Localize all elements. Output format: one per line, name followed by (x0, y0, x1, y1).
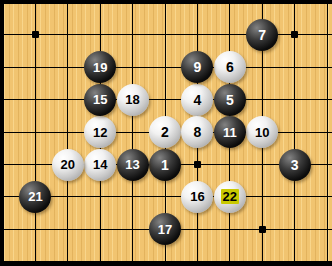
move-number: 10 (255, 126, 269, 139)
stone-white-2[interactable]: 2 (149, 116, 181, 148)
board-edge-left (0, 0, 4, 266)
board-edge-top (0, 0, 332, 4)
move-number: 1 (161, 158, 169, 172)
stone-white-20[interactable]: 20 (52, 149, 84, 181)
grid-vline (67, 0, 68, 266)
move-number: 14 (93, 158, 107, 171)
stone-black-7[interactable]: 7 (246, 19, 278, 51)
move-number: 9 (193, 60, 201, 74)
stone-white-22[interactable]: 22 (214, 181, 246, 213)
grid-vline (35, 0, 36, 266)
move-number: 15 (93, 93, 107, 106)
stone-white-14[interactable]: 14 (84, 149, 116, 181)
move-number: 20 (61, 158, 75, 171)
move-number: 3 (291, 158, 299, 172)
point-marker (291, 31, 298, 38)
point-marker (194, 161, 201, 168)
grid-hline (0, 67, 332, 68)
move-number: 6 (226, 60, 234, 74)
stone-black-1[interactable]: 1 (149, 149, 181, 181)
grid-vline (132, 0, 133, 266)
move-number: 16 (190, 190, 204, 203)
grid-vline (327, 0, 328, 266)
stone-black-11[interactable]: 11 (214, 116, 246, 148)
stone-white-4[interactable]: 4 (181, 84, 213, 116)
grid-hline (0, 99, 332, 100)
move-number: 21 (28, 190, 42, 203)
grid-hline (0, 34, 332, 35)
move-number: 17 (158, 223, 172, 236)
move-number: 11 (223, 126, 237, 139)
move-number: 2 (161, 125, 169, 139)
stone-black-13[interactable]: 13 (117, 149, 149, 181)
board-edge-bottom (0, 261, 332, 266)
stone-white-18[interactable]: 18 (117, 84, 149, 116)
stone-black-3[interactable]: 3 (279, 149, 311, 181)
move-number: 8 (193, 125, 201, 139)
move-number: 13 (125, 158, 139, 171)
grid-vline (294, 0, 295, 266)
last-move-number-highlight: 22 (221, 189, 239, 204)
stone-black-5[interactable]: 5 (214, 84, 246, 116)
point-marker (259, 226, 266, 233)
move-number: 7 (258, 28, 266, 42)
move-number: 18 (125, 93, 139, 106)
point-marker (32, 31, 39, 38)
move-number: 19 (93, 61, 107, 74)
move-number: 4 (193, 93, 201, 107)
stone-black-15[interactable]: 15 (84, 84, 116, 116)
move-number: 5 (226, 93, 234, 107)
go-board-diagram: 12345678910111213141516171819202122 (0, 0, 332, 266)
move-number: 12 (93, 126, 107, 139)
stone-white-6[interactable]: 6 (214, 51, 246, 83)
